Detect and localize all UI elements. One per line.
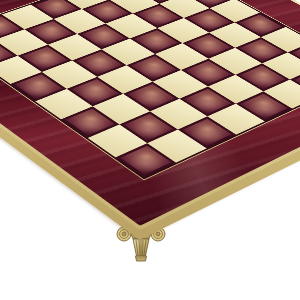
scene <box>0 0 300 300</box>
board-3d-wrap <box>0 0 300 259</box>
chess-board[interactable] <box>0 0 300 230</box>
